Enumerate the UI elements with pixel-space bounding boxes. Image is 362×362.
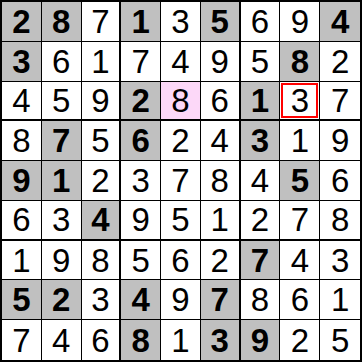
cell-r4c3[interactable]: 5 [82, 121, 122, 161]
cell-r1c3[interactable]: 7 [82, 2, 122, 42]
cell-r7c9[interactable]: 3 [320, 241, 360, 281]
cell-r7c4[interactable]: 5 [121, 241, 161, 281]
cell-r1c5[interactable]: 3 [161, 2, 201, 42]
cell-r2c6[interactable]: 9 [201, 42, 241, 82]
cell-r3c4[interactable]: 2 [121, 82, 161, 122]
cell-r2c3[interactable]: 1 [82, 42, 122, 82]
cell-r6c3[interactable]: 4 [82, 201, 122, 241]
cell-r5c4[interactable]: 3 [121, 161, 161, 201]
cell-r4c6[interactable]: 4 [201, 121, 241, 161]
cell-r1c7[interactable]: 6 [241, 2, 281, 42]
cell-r2c2[interactable]: 6 [42, 42, 82, 82]
cell-r4c7[interactable]: 3 [241, 121, 281, 161]
cell-r7c1[interactable]: 1 [2, 241, 42, 281]
cell-r4c1[interactable]: 8 [2, 121, 42, 161]
cell-r6c7[interactable]: 2 [241, 201, 281, 241]
cell-r6c2[interactable]: 3 [42, 201, 82, 241]
cell-r2c1[interactable]: 3 [2, 42, 42, 82]
cell-r9c6[interactable]: 3 [201, 320, 241, 360]
cell-r8c5[interactable]: 9 [161, 280, 201, 320]
cell-r5c6[interactable]: 8 [201, 161, 241, 201]
cell-r9c9[interactable]: 5 [320, 320, 360, 360]
cell-r8c7[interactable]: 8 [241, 280, 281, 320]
cell-r8c9[interactable]: 1 [320, 280, 360, 320]
cell-r2c4[interactable]: 7 [121, 42, 161, 82]
cell-r5c2[interactable]: 1 [42, 161, 82, 201]
cell-r4c5[interactable]: 2 [161, 121, 201, 161]
cell-r9c8[interactable]: 2 [280, 320, 320, 360]
cell-r6c8[interactable]: 7 [280, 201, 320, 241]
cell-r4c2[interactable]: 7 [42, 121, 82, 161]
cell-r1c2[interactable]: 8 [42, 2, 82, 42]
cell-r5c1[interactable]: 9 [2, 161, 42, 201]
sudoku-board: 2871356943617495824592861378756243199123… [0, 0, 362, 362]
cell-r3c8[interactable]: 3 [280, 82, 320, 122]
cell-r4c8[interactable]: 1 [280, 121, 320, 161]
cell-r2c7[interactable]: 5 [241, 42, 281, 82]
cell-r2c9[interactable]: 2 [320, 42, 360, 82]
cell-r8c6[interactable]: 7 [201, 280, 241, 320]
cell-r9c1[interactable]: 7 [2, 320, 42, 360]
cell-r6c1[interactable]: 6 [2, 201, 42, 241]
cell-r9c3[interactable]: 6 [82, 320, 122, 360]
cell-r4c4[interactable]: 6 [121, 121, 161, 161]
cell-r9c7[interactable]: 9 [241, 320, 281, 360]
cell-r3c3[interactable]: 9 [82, 82, 122, 122]
cell-r3c6[interactable]: 6 [201, 82, 241, 122]
cell-r8c4[interactable]: 4 [121, 280, 161, 320]
cell-r6c6[interactable]: 1 [201, 201, 241, 241]
cell-r1c6[interactable]: 5 [201, 2, 241, 42]
cell-r7c6[interactable]: 2 [201, 241, 241, 281]
cell-r8c3[interactable]: 3 [82, 280, 122, 320]
cell-r6c9[interactable]: 8 [320, 201, 360, 241]
cell-r9c2[interactable]: 4 [42, 320, 82, 360]
cell-r3c2[interactable]: 5 [42, 82, 82, 122]
cell-r2c8[interactable]: 8 [280, 42, 320, 82]
cell-r7c8[interactable]: 4 [280, 241, 320, 281]
cell-r1c4[interactable]: 1 [121, 2, 161, 42]
cell-r1c9[interactable]: 4 [320, 2, 360, 42]
cell-r8c1[interactable]: 5 [2, 280, 42, 320]
cell-r9c4[interactable]: 8 [121, 320, 161, 360]
cell-r8c8[interactable]: 6 [280, 280, 320, 320]
cell-r7c5[interactable]: 6 [161, 241, 201, 281]
cell-r5c3[interactable]: 2 [82, 161, 122, 201]
cell-r1c1[interactable]: 2 [2, 2, 42, 42]
cell-r1c8[interactable]: 9 [280, 2, 320, 42]
cell-r5c8[interactable]: 5 [280, 161, 320, 201]
cell-r7c2[interactable]: 9 [42, 241, 82, 281]
cell-r5c9[interactable]: 6 [320, 161, 360, 201]
cell-r8c2[interactable]: 2 [42, 280, 82, 320]
cell-r5c5[interactable]: 7 [161, 161, 201, 201]
cell-r3c9[interactable]: 7 [320, 82, 360, 122]
cell-r2c5[interactable]: 4 [161, 42, 201, 82]
cell-r3c5[interactable]: 8 [161, 82, 201, 122]
cell-r9c5[interactable]: 1 [161, 320, 201, 360]
cell-r4c9[interactable]: 9 [320, 121, 360, 161]
cell-r5c7[interactable]: 4 [241, 161, 281, 201]
cell-r7c3[interactable]: 8 [82, 241, 122, 281]
cell-r3c7[interactable]: 1 [241, 82, 281, 122]
cell-r6c4[interactable]: 9 [121, 201, 161, 241]
cell-r7c7[interactable]: 7 [241, 241, 281, 281]
cell-r6c5[interactable]: 5 [161, 201, 201, 241]
cell-r3c1[interactable]: 4 [2, 82, 42, 122]
